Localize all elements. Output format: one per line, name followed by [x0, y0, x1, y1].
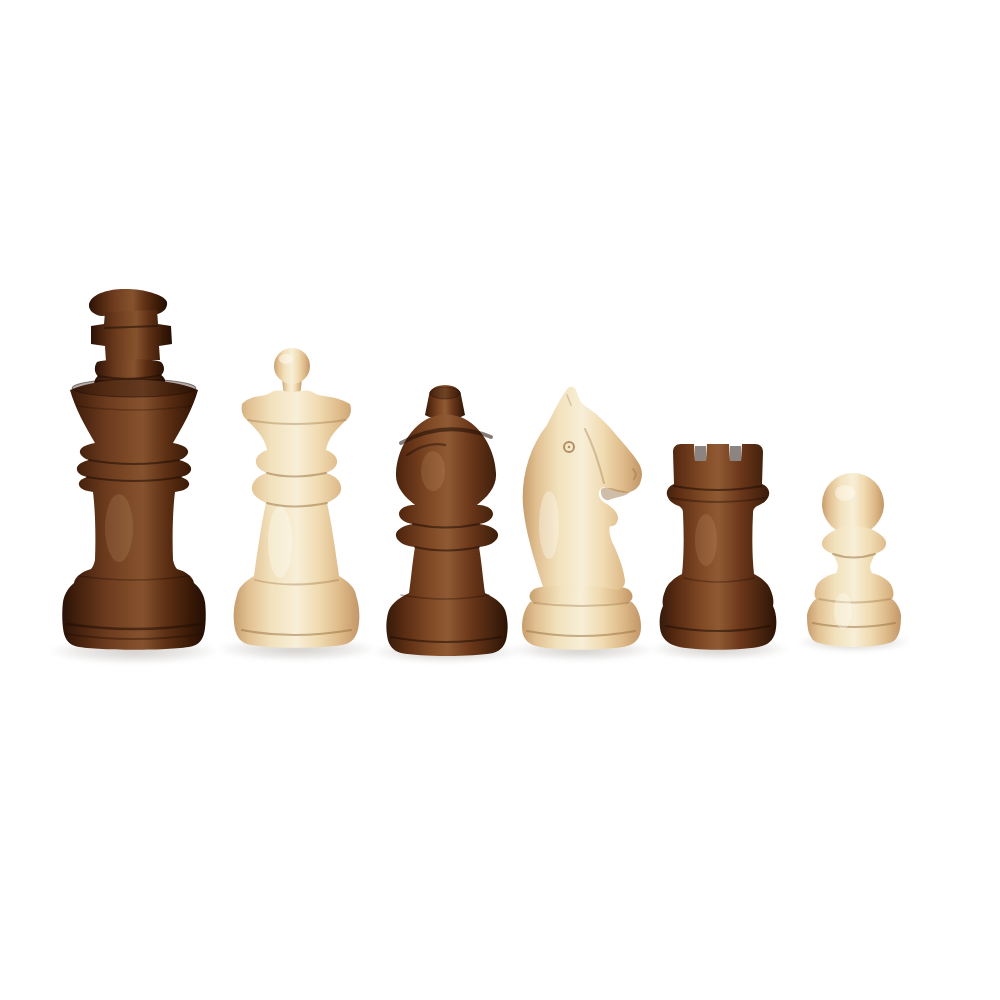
knight-base	[522, 584, 641, 650]
chess-piece-pawn	[805, 471, 903, 649]
rook-crenellation-notch	[730, 446, 741, 461]
king-body	[62, 379, 206, 650]
chess-piece-knight	[519, 385, 644, 651]
chess-piece-queen	[228, 342, 365, 650]
pawn-ball-head	[822, 473, 884, 535]
pawn-body	[807, 473, 901, 647]
queen-ball-finial	[274, 348, 310, 384]
product-photo-canvas	[0, 0, 1000, 1000]
king-illustration	[61, 288, 207, 652]
chess-piece-king	[61, 288, 207, 652]
queen-body	[234, 348, 360, 648]
rook-crenellation-notch	[695, 446, 706, 461]
knight-illustration	[519, 385, 644, 651]
bishop-illustration	[381, 385, 511, 657]
rook-illustration	[658, 440, 778, 651]
chess-piece-rook	[658, 440, 778, 651]
knight-horse-head	[523, 387, 642, 590]
queen-illustration	[228, 342, 365, 650]
chess-piece-bishop	[381, 385, 511, 657]
pawn-illustration	[805, 471, 903, 649]
king-finial-cross	[89, 289, 172, 390]
rook-body	[660, 444, 777, 650]
bishop-body	[386, 385, 507, 656]
